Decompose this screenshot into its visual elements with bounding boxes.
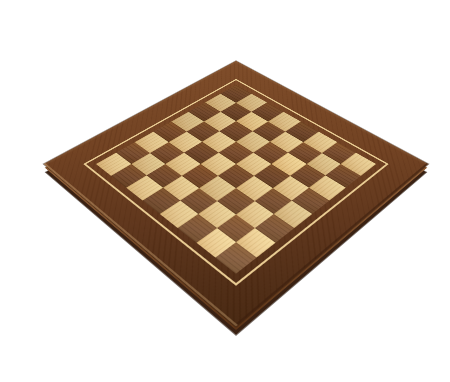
square-g7 [217,214,256,242]
square-g4 [272,176,308,201]
square-c8 [127,176,163,201]
square-f4 [254,164,290,188]
square-h4 [292,188,329,214]
chess-board [44,61,429,327]
square-e7 [180,188,217,214]
square-b8 [111,164,147,188]
square-e8 [160,201,198,228]
square-h3 [309,176,345,201]
square-g8 [196,228,236,258]
square-h2 [325,164,361,188]
square-e6 [200,176,236,201]
square-g5 [255,188,292,214]
square-f8 [178,214,217,242]
square-f7 [198,201,236,228]
square-d7 [163,176,199,201]
square-h6 [255,214,294,242]
square-g3 [290,164,326,188]
square-f6 [217,188,254,214]
square-d8 [143,188,180,214]
square-g6 [236,201,274,228]
square-e5 [218,164,254,188]
square-c7 [147,164,183,188]
chessboard-scene [100,28,372,300]
square-h7 [236,228,276,258]
square-f5 [236,176,272,201]
square-h8 [216,242,257,273]
square-h5 [274,201,312,228]
chessboard-3d-wrap [44,61,429,327]
square-d6 [182,164,218,188]
